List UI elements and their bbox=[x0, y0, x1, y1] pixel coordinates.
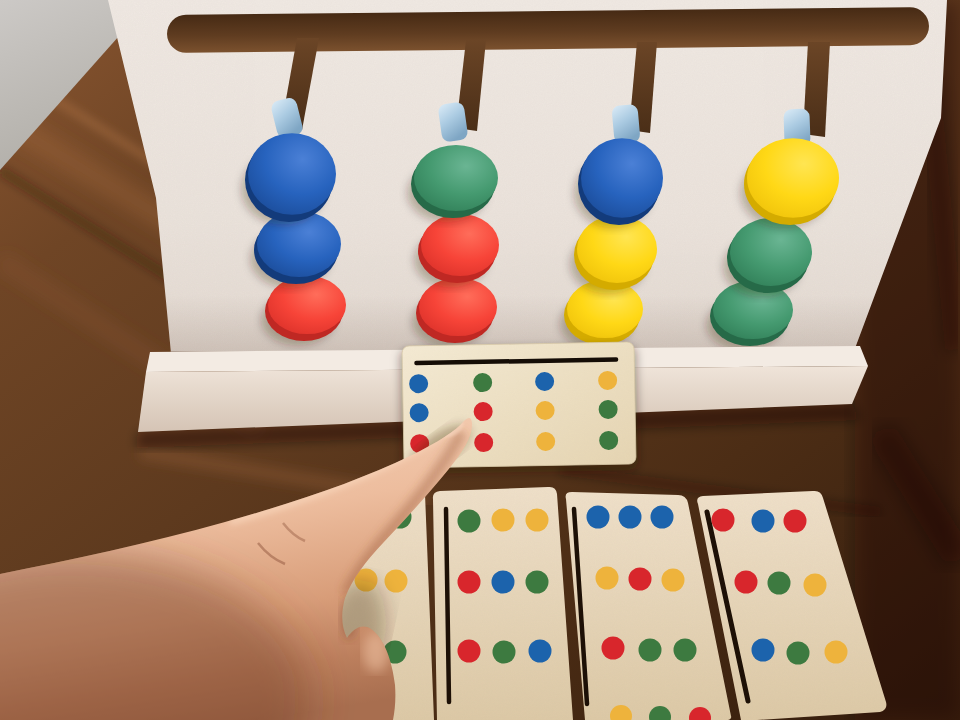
peg-2[interactable] bbox=[437, 101, 468, 142]
answer-card-3-dot-r2c3-yellow bbox=[662, 569, 685, 592]
answer-card-2-dot-r3c1-red bbox=[458, 640, 481, 663]
answer-card-4-dot-r1c2-blue bbox=[752, 510, 775, 533]
answer-card-4-dot-r1c1-red bbox=[712, 509, 735, 532]
answer-card-2-dot-r2c3-green bbox=[526, 571, 549, 594]
photo-scene bbox=[0, 0, 960, 720]
answer-card-3-dot-r2c2-red bbox=[629, 568, 652, 591]
disc-col3-row1-blue[interactable] bbox=[581, 138, 663, 218]
answer-card-3-dot-r1c3-blue bbox=[651, 506, 674, 529]
answer-card-1-dot-r2c2-yellow bbox=[385, 570, 408, 593]
answer-card-3-dot-r1c2-blue bbox=[619, 506, 642, 529]
disc-col1-row1-blue[interactable] bbox=[248, 133, 336, 214]
answer-card-4-dot-r3c3-yellow bbox=[825, 641, 848, 664]
answer-card-2-dot-r3c2-green bbox=[493, 641, 516, 664]
answer-card-2-dot-r1c3-yellow bbox=[526, 509, 549, 532]
answer-card-2-dot-r3c3-blue bbox=[529, 640, 552, 663]
answer-card-4-dot-r2c2-green bbox=[768, 572, 791, 595]
answer-card-3-dot-r1c1-blue bbox=[587, 506, 610, 529]
disc-col4-row1-yellow[interactable] bbox=[747, 138, 839, 218]
answer-card-4-dot-r3c2-green bbox=[787, 642, 810, 665]
answer-card-2-dot-r2c2-blue bbox=[492, 571, 515, 594]
answer-card-3-dot-r3c2-green bbox=[639, 639, 662, 662]
answer-card-4-dot-r2c1-red bbox=[735, 571, 758, 594]
answer-card-2-dot-r2c1-red bbox=[458, 571, 481, 594]
answer-card-2-slot bbox=[446, 509, 449, 702]
answer-card-4-dot-r3c1-blue bbox=[752, 639, 775, 662]
answer-card-4-dot-r1c3-red bbox=[784, 510, 807, 533]
answer-card-3-dot-r2c1-yellow bbox=[596, 567, 619, 590]
answer-card-2-dot-r1c1-green bbox=[458, 510, 481, 533]
disc-col4-row2-green[interactable] bbox=[730, 218, 812, 286]
answer-card-3-dot-r3c1-red bbox=[602, 637, 625, 660]
answer-card-3-dot-r3c3-green bbox=[674, 639, 697, 662]
scene-svg bbox=[0, 0, 960, 720]
peg-3[interactable] bbox=[611, 104, 640, 144]
answer-card-2-dot-r1c2-yellow bbox=[492, 509, 515, 532]
answer-card-4-dot-r2c3-yellow bbox=[804, 574, 827, 597]
disc-col2-row2-red[interactable] bbox=[421, 214, 499, 276]
disc-col2-row1-green[interactable] bbox=[414, 145, 498, 211]
